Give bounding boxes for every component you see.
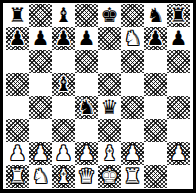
square-a3[interactable] bbox=[6, 119, 29, 142]
square-c7[interactable]: ♟ bbox=[52, 27, 75, 50]
square-b8[interactable] bbox=[29, 4, 52, 27]
square-c6[interactable] bbox=[52, 50, 75, 73]
white-rook-icon: ♜ bbox=[9, 165, 27, 188]
white-king-icon: ♚ bbox=[101, 165, 119, 188]
square-g5[interactable] bbox=[144, 73, 167, 96]
square-d1[interactable]: ♛ bbox=[75, 165, 98, 188]
square-g6[interactable] bbox=[144, 50, 167, 73]
square-d5[interactable] bbox=[75, 73, 98, 96]
white-knight-icon: ♞ bbox=[124, 27, 142, 50]
black-rook-icon: ♜ bbox=[170, 4, 188, 27]
black-queen-icon: ♛ bbox=[101, 96, 119, 119]
square-h1[interactable] bbox=[167, 165, 190, 188]
square-a5[interactable] bbox=[6, 73, 29, 96]
square-c4[interactable] bbox=[52, 96, 75, 119]
white-pawn-icon: ♟ bbox=[124, 142, 142, 165]
square-c2[interactable]: ♟ bbox=[52, 142, 75, 165]
square-h3[interactable] bbox=[167, 119, 190, 142]
square-b1[interactable]: ♞ bbox=[29, 165, 52, 188]
square-d8[interactable] bbox=[75, 4, 98, 27]
square-f6[interactable] bbox=[121, 50, 144, 73]
square-a8[interactable]: ♜ bbox=[6, 4, 29, 27]
square-b2[interactable]: ♟ bbox=[29, 142, 52, 165]
white-rook-icon: ♜ bbox=[124, 165, 142, 188]
square-h7[interactable]: ♟ bbox=[167, 27, 190, 50]
square-g4[interactable] bbox=[144, 96, 167, 119]
square-e4[interactable]: ♛ bbox=[98, 96, 121, 119]
square-b4[interactable] bbox=[29, 96, 52, 119]
white-knight-icon: ♞ bbox=[32, 165, 50, 188]
white-bishop-icon: ♝ bbox=[101, 142, 119, 165]
square-g2[interactable] bbox=[144, 142, 167, 165]
square-a2[interactable]: ♟ bbox=[6, 142, 29, 165]
white-bishop-icon: ♝ bbox=[55, 165, 73, 188]
square-c8[interactable]: ♝ bbox=[52, 4, 75, 27]
square-h8[interactable]: ♜ bbox=[167, 4, 190, 27]
black-bishop-icon: ♝ bbox=[55, 73, 73, 96]
white-queen-icon: ♛ bbox=[78, 165, 96, 188]
square-h5[interactable] bbox=[167, 73, 190, 96]
square-f3[interactable] bbox=[121, 119, 144, 142]
square-e2[interactable]: ♝ bbox=[98, 142, 121, 165]
white-pawn-icon: ♟ bbox=[55, 142, 73, 165]
square-a1[interactable]: ♜ bbox=[6, 165, 29, 188]
square-h4[interactable] bbox=[167, 96, 190, 119]
black-pawn-icon: ♟ bbox=[147, 27, 165, 50]
square-e6[interactable] bbox=[98, 50, 121, 73]
square-a6[interactable] bbox=[6, 50, 29, 73]
square-b5[interactable] bbox=[29, 73, 52, 96]
square-d6[interactable] bbox=[75, 50, 98, 73]
square-b3[interactable] bbox=[29, 119, 52, 142]
white-pawn-icon: ♟ bbox=[9, 142, 27, 165]
square-c3[interactable] bbox=[52, 119, 75, 142]
square-g8[interactable]: ♞ bbox=[144, 4, 167, 27]
square-e3[interactable] bbox=[98, 119, 121, 142]
square-a7[interactable]: ♟ bbox=[6, 27, 29, 50]
square-b7[interactable]: ♟ bbox=[29, 27, 52, 50]
white-pawn-icon: ♟ bbox=[32, 142, 50, 165]
black-king-icon: ♚ bbox=[101, 4, 119, 27]
square-f5[interactable] bbox=[121, 73, 144, 96]
black-bishop-icon: ♝ bbox=[55, 4, 73, 27]
square-c5[interactable]: ♝ bbox=[52, 73, 75, 96]
chess-board-frame: ♜♝♚♞♜♟♟♟♟♞♟♟♝♞♛♟♟♟♟♝♟♟♜♞♝♛♚♜ bbox=[0, 0, 196, 193]
black-pawn-icon: ♟ bbox=[78, 27, 96, 50]
square-f4[interactable] bbox=[121, 96, 144, 119]
square-g1[interactable] bbox=[144, 165, 167, 188]
square-g7[interactable]: ♟ bbox=[144, 27, 167, 50]
square-d7[interactable]: ♟ bbox=[75, 27, 98, 50]
square-e5[interactable] bbox=[98, 73, 121, 96]
square-d4[interactable]: ♞ bbox=[75, 96, 98, 119]
square-f2[interactable]: ♟ bbox=[121, 142, 144, 165]
square-g3[interactable] bbox=[144, 119, 167, 142]
black-pawn-icon: ♟ bbox=[55, 27, 73, 50]
square-e1[interactable]: ♚ bbox=[98, 165, 121, 188]
square-h2[interactable]: ♟ bbox=[167, 142, 190, 165]
black-rook-icon: ♜ bbox=[9, 4, 27, 27]
square-d3[interactable] bbox=[75, 119, 98, 142]
square-c1[interactable]: ♝ bbox=[52, 165, 75, 188]
black-pawn-icon: ♟ bbox=[170, 27, 188, 50]
white-pawn-icon: ♟ bbox=[170, 142, 188, 165]
square-e7[interactable] bbox=[98, 27, 121, 50]
square-f8[interactable] bbox=[121, 4, 144, 27]
square-f1[interactable]: ♜ bbox=[121, 165, 144, 188]
square-f7[interactable]: ♞ bbox=[121, 27, 144, 50]
square-d2[interactable]: ♟ bbox=[75, 142, 98, 165]
square-b6[interactable] bbox=[29, 50, 52, 73]
black-knight-icon: ♞ bbox=[147, 4, 165, 27]
square-a4[interactable] bbox=[6, 96, 29, 119]
black-knight-icon: ♞ bbox=[78, 96, 96, 119]
black-pawn-icon: ♟ bbox=[9, 27, 27, 50]
chess-board: ♜♝♚♞♜♟♟♟♟♞♟♟♝♞♛♟♟♟♟♝♟♟♜♞♝♛♚♜ bbox=[6, 4, 190, 188]
square-e8[interactable]: ♚ bbox=[98, 4, 121, 27]
black-pawn-icon: ♟ bbox=[32, 27, 50, 50]
square-h6[interactable] bbox=[167, 50, 190, 73]
white-pawn-icon: ♟ bbox=[78, 142, 96, 165]
